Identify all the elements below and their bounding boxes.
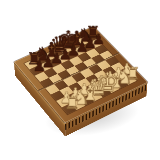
square-a1[interactable]: ♜ bbox=[62, 103, 77, 114]
black-pawn[interactable]: ♟ bbox=[32, 59, 45, 74]
board-surface: ♜♞♝♛♚♝♞♜♟♟♟♟♟♟♟♟♟♟♟♟♟♟♟♟♜♞♝♛♚♝♞♜ bbox=[14, 26, 148, 123]
chess-box: ♜♞♝♛♚♝♞♜♟♟♟♟♟♟♟♟♟♟♟♟♟♟♟♟♜♞♝♛♚♝♞♜ bbox=[14, 26, 148, 123]
scene: ♜♞♝♛♚♝♞♜♟♟♟♟♟♟♟♟♟♟♟♟♟♟♟♟♜♞♝♛♚♝♞♜ bbox=[0, 0, 160, 160]
chess-set: ♜♞♝♛♚♝♞♜♟♟♟♟♟♟♟♟♟♟♟♟♟♟♟♟♜♞♝♛♚♝♞♜ bbox=[18, 16, 143, 141]
white-rook[interactable]: ♜ bbox=[64, 94, 80, 112]
perspective-wrapper: ♜♞♝♛♚♝♞♜♟♟♟♟♟♟♟♟♟♟♟♟♟♟♟♟♜♞♝♛♚♝♞♜ bbox=[32, 24, 129, 121]
